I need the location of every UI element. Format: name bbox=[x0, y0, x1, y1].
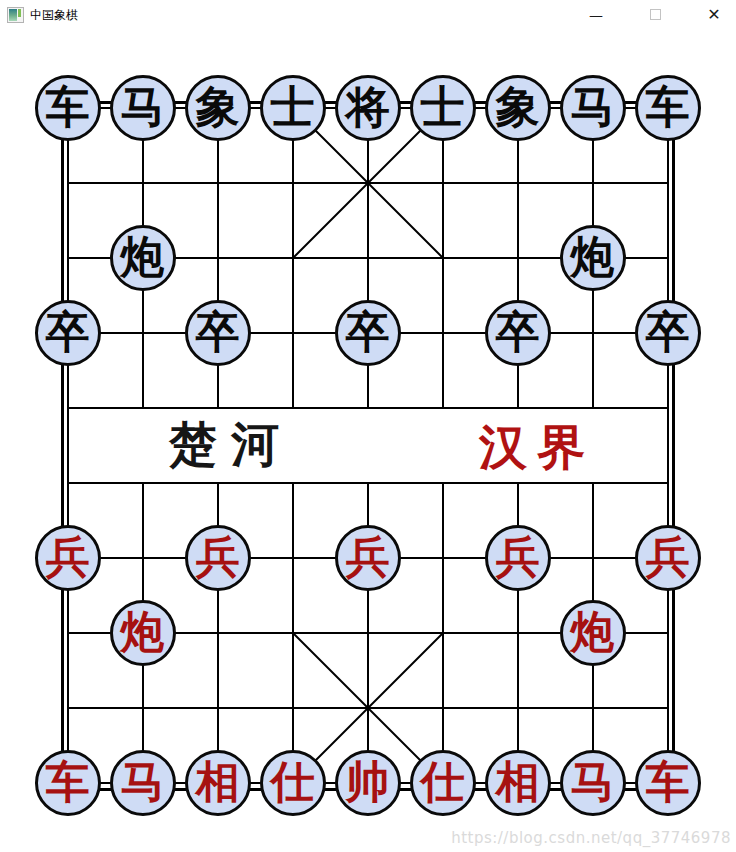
piece-black-horse[interactable]: 马 bbox=[560, 75, 626, 141]
board-point[interactable] bbox=[105, 670, 180, 745]
board-point[interactable] bbox=[405, 670, 480, 745]
board-point[interactable]: 兵 bbox=[330, 520, 405, 595]
board-point[interactable]: 车 bbox=[630, 745, 705, 820]
board-point[interactable] bbox=[255, 145, 330, 220]
piece-red-soldier[interactable]: 兵 bbox=[485, 525, 551, 591]
piece-black-soldier[interactable]: 卒 bbox=[185, 300, 251, 366]
board-point[interactable] bbox=[255, 220, 330, 295]
piece-black-cannon[interactable]: 炮 bbox=[560, 225, 626, 291]
board-point[interactable] bbox=[555, 295, 630, 370]
board-point[interactable]: 车 bbox=[30, 745, 105, 820]
board-point[interactable]: 炮 bbox=[105, 595, 180, 670]
piece-red-advisor[interactable]: 仕 bbox=[260, 750, 326, 816]
board-point[interactable]: 车 bbox=[630, 70, 705, 145]
board-point[interactable]: 马 bbox=[555, 70, 630, 145]
board-point[interactable]: 仕 bbox=[405, 745, 480, 820]
board-point[interactable]: 士 bbox=[405, 70, 480, 145]
piece-black-soldier[interactable]: 卒 bbox=[335, 300, 401, 366]
piece-black-advisor[interactable]: 士 bbox=[410, 75, 476, 141]
board-point[interactable] bbox=[555, 145, 630, 220]
board-point[interactable]: 马 bbox=[105, 70, 180, 145]
piece-black-horse[interactable]: 马 bbox=[110, 75, 176, 141]
board-point[interactable] bbox=[255, 370, 330, 445]
board-point[interactable] bbox=[255, 520, 330, 595]
piece-red-horse[interactable]: 马 bbox=[110, 750, 176, 816]
board-point[interactable] bbox=[630, 220, 705, 295]
board-point[interactable] bbox=[405, 295, 480, 370]
board-point[interactable] bbox=[405, 145, 480, 220]
board-point[interactable] bbox=[255, 295, 330, 370]
board-point[interactable] bbox=[105, 520, 180, 595]
board-point[interactable] bbox=[330, 445, 405, 520]
piece-black-elephant[interactable]: 象 bbox=[185, 75, 251, 141]
piece-black-chariot[interactable]: 车 bbox=[35, 75, 101, 141]
board-point[interactable] bbox=[330, 220, 405, 295]
board-point[interactable] bbox=[30, 370, 105, 445]
board-point[interactable] bbox=[105, 445, 180, 520]
board-point[interactable]: 炮 bbox=[105, 220, 180, 295]
piece-black-advisor[interactable]: 士 bbox=[260, 75, 326, 141]
board-point[interactable] bbox=[180, 220, 255, 295]
board-point[interactable]: 卒 bbox=[330, 295, 405, 370]
piece-red-cannon[interactable]: 炮 bbox=[560, 600, 626, 666]
board-point[interactable]: 车 bbox=[30, 70, 105, 145]
board-point[interactable] bbox=[555, 670, 630, 745]
board-point[interactable]: 兵 bbox=[480, 520, 555, 595]
board-point[interactable] bbox=[630, 670, 705, 745]
board-point[interactable] bbox=[30, 220, 105, 295]
xiangqi-board: 车马象士将士象马车炮炮卒卒卒卒卒兵兵兵兵兵炮炮车马相仕帅仕相马车 bbox=[30, 70, 705, 820]
board-point[interactable] bbox=[105, 145, 180, 220]
board-point[interactable]: 相 bbox=[180, 745, 255, 820]
board-point[interactable]: 炮 bbox=[555, 595, 630, 670]
board-point[interactable]: 炮 bbox=[555, 220, 630, 295]
board-point[interactable]: 象 bbox=[480, 70, 555, 145]
board-point[interactable]: 将 bbox=[330, 70, 405, 145]
board-point[interactable]: 马 bbox=[555, 745, 630, 820]
board-point[interactable] bbox=[630, 370, 705, 445]
board-point[interactable] bbox=[105, 295, 180, 370]
board-point[interactable] bbox=[630, 595, 705, 670]
board-point[interactable] bbox=[330, 670, 405, 745]
board-point[interactable] bbox=[180, 145, 255, 220]
board-point[interactable] bbox=[405, 445, 480, 520]
board-point[interactable] bbox=[405, 220, 480, 295]
piece-red-soldier[interactable]: 兵 bbox=[635, 525, 701, 591]
board-point[interactable] bbox=[255, 445, 330, 520]
board-point[interactable]: 马 bbox=[105, 745, 180, 820]
board-point[interactable] bbox=[555, 445, 630, 520]
piece-black-elephant[interactable]: 象 bbox=[485, 75, 551, 141]
piece-red-chariot[interactable]: 车 bbox=[635, 750, 701, 816]
piece-black-soldier[interactable]: 卒 bbox=[35, 300, 101, 366]
board-point[interactable]: 兵 bbox=[30, 520, 105, 595]
board-point[interactable] bbox=[555, 370, 630, 445]
piece-red-elephant[interactable]: 相 bbox=[485, 750, 551, 816]
board-point[interactable]: 士 bbox=[255, 70, 330, 145]
window: 中国象棋 — ✕ bbox=[0, 0, 736, 852]
board-point[interactable] bbox=[255, 670, 330, 745]
board-point[interactable] bbox=[405, 520, 480, 595]
board-point[interactable] bbox=[480, 670, 555, 745]
piece-red-horse[interactable]: 马 bbox=[560, 750, 626, 816]
board-point[interactable]: 象 bbox=[180, 70, 255, 145]
board-point[interactable] bbox=[30, 445, 105, 520]
piece-red-soldier[interactable]: 兵 bbox=[335, 525, 401, 591]
board-point[interactable] bbox=[480, 220, 555, 295]
board-point[interactable] bbox=[630, 445, 705, 520]
board-point[interactable] bbox=[30, 670, 105, 745]
piece-black-cannon[interactable]: 炮 bbox=[110, 225, 176, 291]
board-point[interactable]: 兵 bbox=[630, 520, 705, 595]
piece-red-soldier[interactable]: 兵 bbox=[185, 525, 251, 591]
piece-red-chariot[interactable]: 车 bbox=[35, 750, 101, 816]
board-point[interactable]: 卒 bbox=[630, 295, 705, 370]
board-point[interactable] bbox=[255, 595, 330, 670]
board-point[interactable] bbox=[180, 595, 255, 670]
watermark: https://blog.csdn.net/qq_37746978 bbox=[451, 829, 731, 847]
board-point[interactable] bbox=[30, 595, 105, 670]
board-point[interactable]: 相 bbox=[480, 745, 555, 820]
piece-black-soldier[interactable]: 卒 bbox=[635, 300, 701, 366]
board-point[interactable] bbox=[630, 145, 705, 220]
board-point[interactable] bbox=[180, 370, 255, 445]
board-point[interactable] bbox=[330, 370, 405, 445]
board-point[interactable]: 卒 bbox=[180, 295, 255, 370]
board-point[interactable] bbox=[480, 595, 555, 670]
board-point[interactable] bbox=[105, 370, 180, 445]
piece-red-elephant[interactable]: 相 bbox=[185, 750, 251, 816]
piece-red-soldier[interactable]: 兵 bbox=[35, 525, 101, 591]
board-point[interactable] bbox=[480, 145, 555, 220]
board-point[interactable] bbox=[555, 520, 630, 595]
board-point[interactable]: 兵 bbox=[180, 520, 255, 595]
piece-red-cannon[interactable]: 炮 bbox=[110, 600, 176, 666]
board-point[interactable]: 卒 bbox=[30, 295, 105, 370]
piece-black-general[interactable]: 将 bbox=[335, 75, 401, 141]
board-point[interactable] bbox=[330, 595, 405, 670]
board-point[interactable] bbox=[30, 145, 105, 220]
board-point[interactable] bbox=[405, 595, 480, 670]
board-point[interactable]: 帅 bbox=[330, 745, 405, 820]
piece-red-general[interactable]: 帅 bbox=[335, 750, 401, 816]
board-point[interactable]: 卒 bbox=[480, 295, 555, 370]
board-point[interactable] bbox=[480, 370, 555, 445]
board-point[interactable] bbox=[480, 445, 555, 520]
board-point[interactable] bbox=[405, 370, 480, 445]
board-point[interactable] bbox=[180, 670, 255, 745]
board-point[interactable] bbox=[330, 145, 405, 220]
piece-red-advisor[interactable]: 仕 bbox=[410, 750, 476, 816]
board-point[interactable] bbox=[180, 445, 255, 520]
piece-black-chariot[interactable]: 车 bbox=[635, 75, 701, 141]
board-point[interactable]: 仕 bbox=[255, 745, 330, 820]
piece-black-soldier[interactable]: 卒 bbox=[485, 300, 551, 366]
